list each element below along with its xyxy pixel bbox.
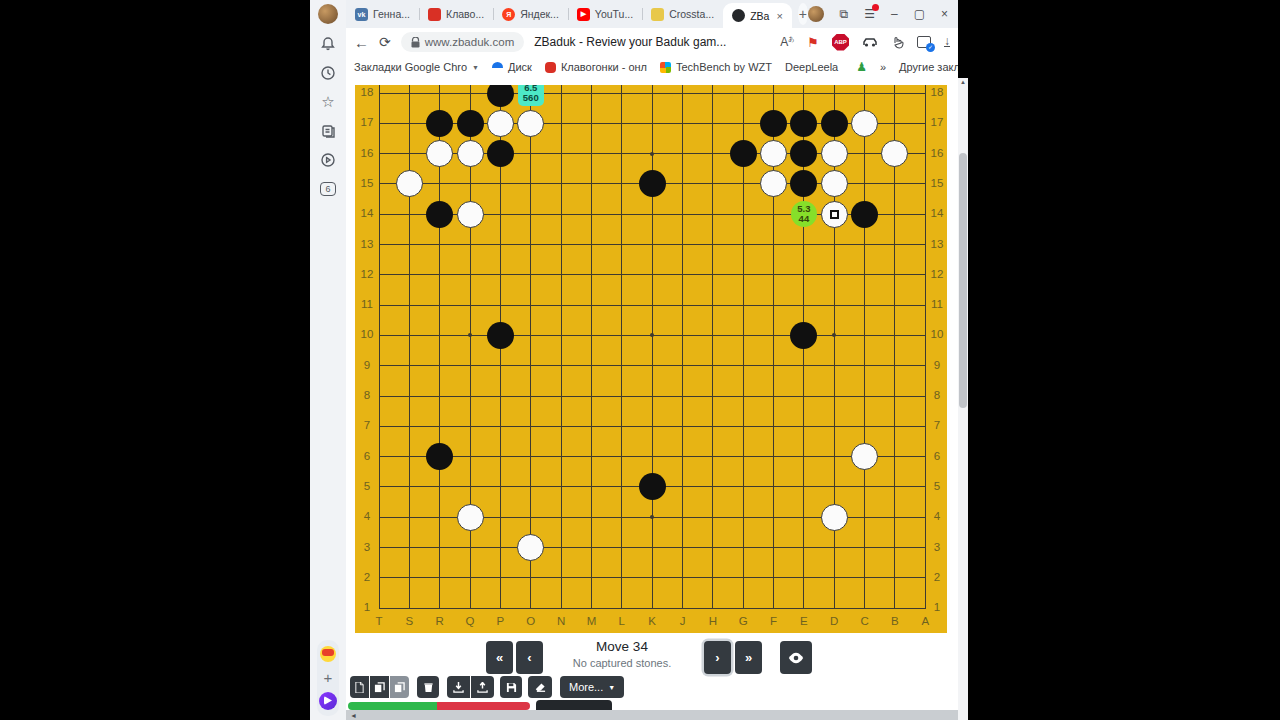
delete-trash-button[interactable] [417, 676, 439, 698]
copy-button[interactable] [370, 676, 389, 698]
row-label-right: 8 [927, 389, 947, 401]
tab-separator [419, 8, 420, 20]
white-stone-Q4[interactable] [457, 504, 484, 531]
row-label-right: 9 [927, 359, 947, 371]
black-winrate-segment [348, 702, 437, 710]
black-stone-R6[interactable] [426, 443, 453, 470]
annotation-value: 44 [799, 214, 810, 224]
row-label-right: 3 [927, 541, 947, 553]
row-label-left: 11 [357, 298, 377, 310]
tab-3[interactable]: ЯЯндек... [493, 0, 568, 28]
row-label-right: 12 [927, 268, 947, 280]
bookmark-label: DeepLeela [785, 61, 838, 73]
black-stone-F17[interactable] [760, 110, 787, 137]
addressbar-actions: Aあ ⚑ ABP ↓ [780, 34, 950, 51]
star-point [650, 333, 654, 337]
move-info: Move 34 No captured stones. [542, 639, 702, 669]
grid-vline [682, 85, 683, 609]
white-stone-D16[interactable] [821, 140, 848, 167]
bookmark-label: Диск [508, 61, 532, 73]
adblock-icon[interactable]: ABP [832, 34, 849, 51]
grid-hline [379, 608, 926, 609]
grid-hline [379, 244, 926, 245]
black-stone-Q17[interactable] [457, 110, 484, 137]
maximize-button[interactable]: ▢ [914, 7, 925, 21]
reload-icon[interactable]: ⟳ [379, 34, 391, 50]
zbaduk-favicon-icon [732, 9, 745, 22]
translate-icon[interactable]: Aあ [780, 35, 794, 49]
tab-separator [493, 8, 494, 20]
car-red-icon [545, 62, 556, 73]
grid-hline [379, 396, 926, 397]
player-icon[interactable] [319, 151, 337, 169]
bookmark-label: » [880, 61, 886, 73]
notifications-bell-icon[interactable] [319, 35, 337, 53]
car-extension-icon[interactable] [862, 37, 878, 47]
white-stone-F16[interactable] [760, 140, 787, 167]
download-icon[interactable]: ↓ [944, 37, 950, 47]
sidebar-bottom-group: + [317, 640, 339, 716]
col-label: G [733, 615, 753, 627]
scrollbar-thumb[interactable] [959, 153, 967, 408]
bookmark-label: Клавогонки - онл [561, 61, 647, 73]
black-stone-D17[interactable] [821, 110, 848, 137]
grid-hline [379, 547, 926, 548]
col-label: H [703, 615, 723, 627]
tab-label: ZBa [750, 10, 769, 22]
ai-annotation-E14[interactable]: 5.344 [791, 201, 817, 227]
row-label-right: 17 [927, 116, 947, 128]
col-label: D [824, 615, 844, 627]
new-tab-button[interactable]: + [798, 3, 808, 25]
white-winrate-segment [437, 702, 530, 710]
grid-hline [379, 456, 926, 457]
transfer-button-group [447, 676, 494, 698]
tabbar-right-controls: ⧉ ☰ – ▢ × [808, 6, 958, 22]
col-label: P [490, 615, 510, 627]
nav-next-button[interactable]: › [704, 641, 731, 674]
row-label-right: 18 [927, 86, 947, 98]
white-stone-O17[interactable] [517, 110, 544, 137]
tab-5[interactable]: Crossta... [642, 0, 723, 28]
row-label-left: 12 [357, 268, 377, 280]
black-stone-K5[interactable] [639, 473, 666, 500]
col-label: J [673, 615, 693, 627]
scroll-left-icon[interactable]: ◄ [350, 712, 357, 719]
back-icon[interactable]: ← [354, 34, 369, 51]
move-number-label: Move 34 [542, 639, 702, 654]
white-stone-D14[interactable] [821, 201, 848, 228]
car-red-favicon-icon [428, 8, 441, 21]
row-label-right: 1 [927, 601, 947, 613]
row-label-right: 2 [927, 571, 947, 583]
tab-overview-icon[interactable]: ⧉ [840, 7, 849, 21]
row-label-right: 11 [927, 298, 947, 310]
bookmark-item-5[interactable]: DeepLeela [785, 61, 838, 73]
bookmark-item-4[interactable]: TechBench by WZT [660, 61, 772, 73]
last-move-marker [830, 210, 839, 219]
row-label-left: 5 [357, 480, 377, 492]
history-clock-icon[interactable] [319, 64, 337, 82]
youtube-favicon-icon: ▶ [577, 8, 590, 21]
row-label-right: 5 [927, 480, 947, 492]
black-stone-R14[interactable] [426, 201, 453, 228]
download-sgf-button[interactable] [447, 676, 470, 698]
browser-sidebar: ☆ 6 + [310, 0, 346, 720]
grid-vline [530, 85, 531, 609]
row-label-left: 1 [357, 601, 377, 613]
row-label-right: 6 [927, 450, 947, 462]
grid-vline [864, 85, 865, 609]
tab-2[interactable]: Клаво... [419, 0, 493, 28]
row-label-right: 16 [927, 147, 947, 159]
black-stone-K15[interactable] [639, 170, 666, 197]
winrate-bar [348, 702, 530, 710]
upload-sgf-button[interactable] [471, 676, 494, 698]
white-stone-D4[interactable] [821, 504, 848, 531]
tab-label: Crossta... [669, 8, 714, 20]
browser-menu-icon[interactable]: ☰ [864, 7, 875, 21]
col-label: O [521, 615, 541, 627]
go-board[interactable]: 1818171716161515141413131212111110109988… [355, 85, 947, 633]
url-field[interactable]: www.zbaduk.com [401, 32, 524, 52]
annotation-value: 560 [523, 93, 539, 103]
vertical-scrollbar[interactable]: ▲ [958, 78, 968, 720]
tab-1[interactable]: vkГенна... [346, 0, 419, 28]
bookmark-label: TechBench by WZT [676, 61, 772, 73]
col-label: L [612, 615, 632, 627]
bookmark-item-8[interactable]: Другие закладки▼ [899, 61, 958, 73]
tab-label: YouTu... [595, 8, 633, 20]
col-label: R [430, 615, 450, 627]
col-label: E [794, 615, 814, 627]
close-button[interactable]: × [941, 7, 948, 21]
tab-label: Яндек... [520, 8, 559, 20]
row-label-left: 3 [357, 541, 377, 553]
url-text: www.zbaduk.com [425, 36, 514, 48]
white-stone-D15[interactable] [821, 170, 848, 197]
col-label: F [764, 615, 784, 627]
star-point [650, 152, 654, 156]
col-label: C [855, 615, 875, 627]
row-label-right: 15 [927, 177, 947, 189]
page-title: ZBaduk - Review your Baduk gam... [534, 35, 726, 49]
row-label-right: 4 [927, 510, 947, 522]
show-analysis-eye-button[interactable] [780, 641, 812, 674]
tab-label: Генна... [373, 8, 410, 20]
zbaduk-page: 1818171716161515141413131212111110109988… [346, 78, 958, 720]
tab-separator [568, 8, 569, 20]
grid-vline [379, 85, 380, 609]
bookmark-label: Другие закладки [899, 61, 958, 73]
row-label-left: 9 [357, 359, 377, 371]
tab-4[interactable]: ▶YouTu... [568, 0, 642, 28]
bookmark-label: Закладки Google Chro [354, 61, 467, 73]
alice-assistant-icon[interactable] [319, 692, 337, 710]
ai-annotation-O18[interactable]: 6.5560 [518, 85, 544, 106]
file-button-group [350, 676, 409, 698]
captures-label: No captured stones. [542, 657, 702, 669]
row-label-left: 7 [357, 419, 377, 431]
white-stone-S15[interactable] [396, 170, 423, 197]
save-button[interactable] [500, 676, 522, 698]
white-stone-C6[interactable] [851, 443, 878, 470]
grid-vline [409, 85, 410, 609]
address-bar: ← ⟳ www.zbaduk.com ZBaduk - Review your … [346, 28, 958, 56]
black-stone-E15[interactable] [790, 170, 817, 197]
tab-separator [642, 8, 643, 20]
white-stone-R16[interactable] [426, 140, 453, 167]
white-stone-B16[interactable] [881, 140, 908, 167]
tab-bar: vkГенна...Клаво...ЯЯндек...▶YouTu...Cros… [346, 0, 958, 28]
black-stone-G16[interactable] [730, 140, 757, 167]
row-label-right: 10 [927, 328, 947, 340]
tab-close-icon[interactable]: × [776, 10, 782, 22]
minimize-button[interactable]: – [891, 7, 898, 21]
bookmark-item-7[interactable]: » [880, 61, 886, 73]
bookmark-flag-icon[interactable]: ⚑ [807, 35, 819, 50]
grid-hline [379, 365, 926, 366]
windows-icon [660, 62, 671, 73]
screen: ☆ 6 + vkГенна...Клаво...ЯЯндек...▶YouTu.… [0, 0, 1280, 720]
tab-label: Клаво... [446, 8, 484, 20]
hand-extension-icon[interactable] [891, 36, 904, 49]
grid-hline [379, 93, 926, 94]
row-label-right: 14 [927, 207, 947, 219]
black-stone-E17[interactable] [790, 110, 817, 137]
black-stone-P16[interactable] [487, 140, 514, 167]
white-stone-O3[interactable] [517, 534, 544, 561]
scroll-up-icon[interactable]: ▲ [958, 79, 968, 85]
col-label: B [885, 615, 905, 627]
row-label-left: 15 [357, 177, 377, 189]
grid-vline [652, 85, 653, 609]
row-label-left: 4 [357, 510, 377, 522]
black-stone-P18[interactable] [487, 85, 514, 107]
vk-favicon-icon: vk [355, 8, 368, 21]
row-label-left: 13 [357, 238, 377, 250]
bookmarks-star-icon[interactable]: ☆ [319, 93, 337, 111]
zen-icon[interactable] [320, 646, 336, 662]
black-stone-R17[interactable] [426, 110, 453, 137]
black-stone-C14[interactable] [851, 201, 878, 228]
eraser-button[interactable] [528, 676, 552, 698]
bookmarks-bar: Закладки Google Chro▼ДискКлавогонки - он… [346, 56, 958, 78]
row-label-left: 2 [357, 571, 377, 583]
white-stone-C17[interactable] [851, 110, 878, 137]
row-label-left: 17 [357, 116, 377, 128]
col-label: N [551, 615, 571, 627]
new-file-button[interactable] [350, 676, 369, 698]
sgf-toolbar: More...▼ [350, 676, 624, 698]
row-label-left: 6 [357, 450, 377, 462]
grid-hline [379, 274, 926, 275]
bookmark-item-1[interactable]: Закладки Google Chro▼ [354, 61, 479, 73]
bookmark-item-3[interactable]: Клавогонки - онл [545, 61, 647, 73]
grid-vline [712, 85, 713, 609]
chevron-down-icon: ▼ [472, 64, 479, 71]
row-label-left: 8 [357, 389, 377, 401]
nav-prev-button[interactable]: ‹ [516, 641, 543, 674]
horizontal-scrollbar[interactable]: ◄ [346, 710, 958, 720]
row-label-right: 7 [927, 419, 947, 431]
bookmark-label: ♟ [856, 60, 867, 74]
row-label-left: 16 [357, 147, 377, 159]
col-label: K [642, 615, 662, 627]
col-label: M [581, 615, 601, 627]
grid-vline [925, 85, 926, 609]
star-point [468, 333, 472, 337]
white-stone-P17[interactable] [487, 110, 514, 137]
grid-vline [561, 85, 562, 609]
row-label-left: 10 [357, 328, 377, 340]
col-label: S [399, 615, 419, 627]
tab-6[interactable]: ZBa× [723, 3, 792, 28]
grid-vline [621, 85, 622, 609]
collections-icon[interactable] [319, 122, 337, 140]
disk-icon [492, 62, 503, 73]
nav-first-button[interactable]: « [486, 641, 513, 674]
white-stone-Q14[interactable] [457, 201, 484, 228]
black-stone-P10[interactable] [487, 322, 514, 349]
bookmark-item-2[interactable]: Диск [492, 61, 532, 73]
eye-icon [787, 652, 805, 664]
crossta-favicon-icon [651, 8, 664, 21]
white-stone-F15[interactable] [760, 170, 787, 197]
black-stone-E16[interactable] [790, 140, 817, 167]
yandex-favicon-icon: Я [502, 8, 515, 21]
star-point [832, 333, 836, 337]
grid-hline [379, 426, 926, 427]
row-label-left: 18 [357, 86, 377, 98]
account-avatar[interactable] [808, 6, 824, 22]
white-stone-Q16[interactable] [457, 140, 484, 167]
star-point [650, 515, 654, 519]
col-label: T [369, 615, 389, 627]
black-stone-E10[interactable] [790, 322, 817, 349]
grid-hline [379, 577, 926, 578]
lock-icon [411, 37, 420, 48]
profile-avatar[interactable] [318, 4, 338, 24]
grid-hline [379, 305, 926, 306]
bookmark-item-6[interactable]: ♟ [851, 60, 867, 74]
tabs-counter-badge[interactable]: 6 [319, 180, 337, 198]
grid-vline [591, 85, 592, 609]
more-dropdown-button[interactable]: More...▼ [560, 676, 624, 698]
row-label-right: 13 [927, 238, 947, 250]
screenshot-extension-icon[interactable] [917, 36, 931, 48]
nav-last-button[interactable]: » [735, 641, 762, 674]
copy-alt-button-selected[interactable] [390, 676, 409, 698]
row-label-left: 14 [357, 207, 377, 219]
col-label: A [915, 615, 935, 627]
tabs: vkГенна...Клаво...ЯЯндек...▶YouTu...Cros… [346, 0, 792, 28]
chevron-down-icon: ▼ [608, 684, 615, 691]
col-label: Q [460, 615, 480, 627]
sidebar-add-icon[interactable]: + [324, 669, 333, 686]
